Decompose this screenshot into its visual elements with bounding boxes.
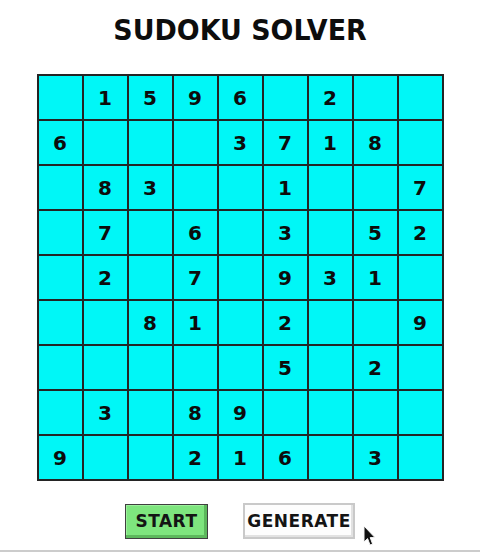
cell-r3c5[interactable]	[219, 166, 262, 209]
cell-r2c5[interactable]: 3	[219, 121, 262, 164]
cell-r6c9[interactable]: 9	[399, 301, 442, 344]
cell-r5c5[interactable]	[219, 256, 262, 299]
cell-r7c9[interactable]	[399, 346, 442, 389]
cell-r9c7[interactable]	[309, 436, 352, 479]
page-title: SUDOKU SOLVER	[10, 14, 471, 47]
cell-r7c1[interactable]	[39, 346, 82, 389]
cell-r9c6[interactable]: 6	[264, 436, 307, 479]
cell-r1c8[interactable]	[354, 76, 397, 119]
cell-r9c1[interactable]: 9	[39, 436, 82, 479]
cell-r7c2[interactable]	[84, 346, 127, 389]
cell-r1c9[interactable]	[399, 76, 442, 119]
cell-r9c4[interactable]: 2	[174, 436, 217, 479]
cell-r3c7[interactable]	[309, 166, 352, 209]
cell-r3c3[interactable]: 3	[129, 166, 172, 209]
cell-r9c2[interactable]	[84, 436, 127, 479]
cell-r8c5[interactable]: 9	[219, 391, 262, 434]
cell-r2c2[interactable]	[84, 121, 127, 164]
cell-r6c2[interactable]	[84, 301, 127, 344]
cell-r1c5[interactable]: 6	[219, 76, 262, 119]
cell-r3c8[interactable]	[354, 166, 397, 209]
sudoku-board: 15962637188317763522793181295238992163	[37, 74, 444, 481]
cell-r3c1[interactable]	[39, 166, 82, 209]
cell-r2c8[interactable]: 8	[354, 121, 397, 164]
cell-r5c2[interactable]: 2	[84, 256, 127, 299]
cell-r4c9[interactable]: 2	[399, 211, 442, 254]
cell-r4c3[interactable]	[129, 211, 172, 254]
bottom-divider	[0, 550, 480, 552]
cell-r5c3[interactable]	[129, 256, 172, 299]
cell-r2c1[interactable]: 6	[39, 121, 82, 164]
cell-r6c6[interactable]: 2	[264, 301, 307, 344]
cell-r4c4[interactable]: 6	[174, 211, 217, 254]
cell-r6c5[interactable]	[219, 301, 262, 344]
cell-r5c6[interactable]: 9	[264, 256, 307, 299]
cell-r2c9[interactable]	[399, 121, 442, 164]
cell-r5c1[interactable]	[39, 256, 82, 299]
cell-r6c7[interactable]	[309, 301, 352, 344]
cell-r5c9[interactable]	[399, 256, 442, 299]
cell-r8c4[interactable]: 8	[174, 391, 217, 434]
cell-r1c3[interactable]: 5	[129, 76, 172, 119]
cell-r4c5[interactable]	[219, 211, 262, 254]
cell-r9c8[interactable]: 3	[354, 436, 397, 479]
cell-r9c5[interactable]: 1	[219, 436, 262, 479]
cell-r9c9[interactable]	[399, 436, 442, 479]
cell-r7c7[interactable]	[309, 346, 352, 389]
cell-r1c4[interactable]: 9	[174, 76, 217, 119]
cell-r8c7[interactable]	[309, 391, 352, 434]
cell-r7c5[interactable]	[219, 346, 262, 389]
cell-r2c3[interactable]	[129, 121, 172, 164]
cell-r7c4[interactable]	[174, 346, 217, 389]
cell-r3c4[interactable]	[174, 166, 217, 209]
cell-r6c3[interactable]: 8	[129, 301, 172, 344]
cell-r7c3[interactable]	[129, 346, 172, 389]
cell-r6c1[interactable]	[39, 301, 82, 344]
cell-r5c8[interactable]: 1	[354, 256, 397, 299]
start-button[interactable]: START	[125, 504, 208, 539]
cell-r8c9[interactable]	[399, 391, 442, 434]
cell-r1c2[interactable]: 1	[84, 76, 127, 119]
cell-r2c4[interactable]	[174, 121, 217, 164]
cell-r4c2[interactable]: 7	[84, 211, 127, 254]
cell-r2c7[interactable]: 1	[309, 121, 352, 164]
cell-r6c8[interactable]	[354, 301, 397, 344]
cell-r4c6[interactable]: 3	[264, 211, 307, 254]
cell-r3c2[interactable]: 8	[84, 166, 127, 209]
cell-r5c4[interactable]: 7	[174, 256, 217, 299]
cell-r3c6[interactable]: 1	[264, 166, 307, 209]
cell-r9c3[interactable]	[129, 436, 172, 479]
cell-r8c6[interactable]	[264, 391, 307, 434]
cell-r1c1[interactable]	[39, 76, 82, 119]
cell-r3c9[interactable]: 7	[399, 166, 442, 209]
cell-r4c1[interactable]	[39, 211, 82, 254]
cell-r8c3[interactable]	[129, 391, 172, 434]
cell-r7c8[interactable]: 2	[354, 346, 397, 389]
cell-r1c7[interactable]: 2	[309, 76, 352, 119]
cell-r1c6[interactable]	[264, 76, 307, 119]
cell-r4c8[interactable]: 5	[354, 211, 397, 254]
cell-r6c4[interactable]: 1	[174, 301, 217, 344]
cell-r5c7[interactable]: 3	[309, 256, 352, 299]
button-row: START GENERATE	[0, 503, 480, 539]
cell-r7c6[interactable]: 5	[264, 346, 307, 389]
cell-r8c2[interactable]: 3	[84, 391, 127, 434]
cell-r4c7[interactable]	[309, 211, 352, 254]
cell-r2c6[interactable]: 7	[264, 121, 307, 164]
cell-r8c1[interactable]	[39, 391, 82, 434]
generate-button[interactable]: GENERATE	[243, 503, 355, 539]
cell-r8c8[interactable]	[354, 391, 397, 434]
